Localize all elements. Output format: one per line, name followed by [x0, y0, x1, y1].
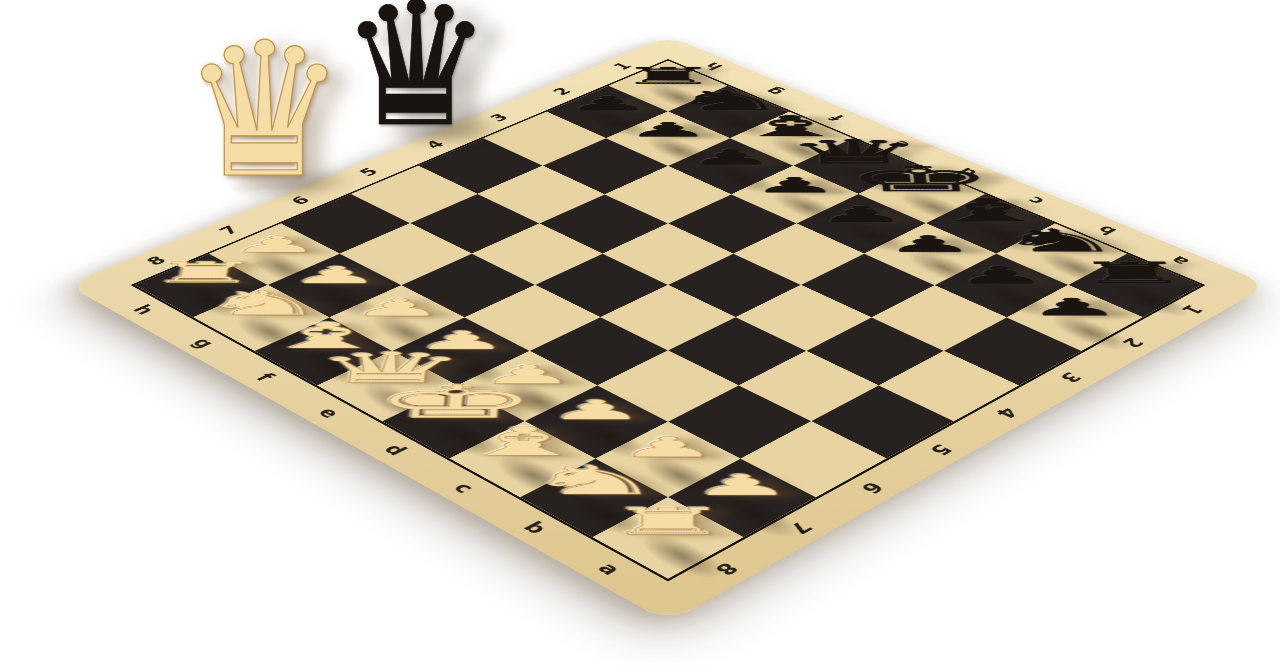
square-e4[interactable]	[602, 223, 733, 285]
white-queen-icon: ♛	[181, 32, 348, 190]
rank-label-right-3: 3	[1049, 366, 1093, 388]
pieces-layer: ♜♞♝♛♚♝♞♜♟♟♟♟♟♟♟♟♟♟♟♟♟♟♟♟♜♞♝♛♚♝♞♜	[668, 36, 1269, 285]
rank-label-right-6: 6	[848, 476, 895, 501]
spare-white-queen[interactable]: ♛	[194, 40, 334, 190]
rank-label-right-2: 2	[1111, 332, 1155, 353]
spare-black-queen[interactable]: ♛	[346, 0, 486, 138]
file-label-near-f: f	[243, 366, 287, 388]
rank-label-right-4: 4	[984, 401, 1029, 424]
square-g4[interactable]	[478, 166, 605, 224]
product-photo-scene: hhggffeeddccbbaa1122334455667788 ♜♞♝♛♚♝♞…	[0, 0, 1280, 666]
rank-label-right-8: 8	[702, 556, 751, 583]
black-queen-icon: ♛	[339, 0, 493, 138]
file-label-near-d: d	[372, 438, 418, 462]
file-label-near-a: a	[585, 556, 634, 583]
file-label-near-h: h	[122, 299, 165, 320]
rank-label-right-5: 5	[918, 438, 964, 462]
file-label-near-e: e	[306, 401, 351, 424]
square-f4[interactable]	[539, 194, 668, 254]
rank-label-right-7: 7	[777, 515, 825, 541]
rank-label-right-1: 1	[1171, 299, 1214, 320]
file-label-near-g: g	[182, 332, 226, 353]
file-label-near-b: b	[511, 515, 559, 541]
file-label-near-c: c	[441, 476, 488, 501]
